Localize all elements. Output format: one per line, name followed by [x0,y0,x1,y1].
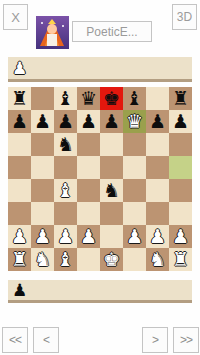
square-b7[interactable]: ♟ [31,110,54,133]
piece-bp-d7[interactable]: ♟ [80,110,97,133]
nav-previous-move-button[interactable]: < [33,327,59,353]
square-f3[interactable] [123,202,146,225]
square-d1[interactable] [77,248,100,271]
square-b3[interactable] [31,202,54,225]
piece-wn-g1[interactable]: ♞ [149,248,166,271]
square-h3[interactable] [169,202,192,225]
square-a6[interactable] [8,133,31,156]
square-b6[interactable] [31,133,54,156]
opponent-avatar[interactable] [36,16,69,49]
piece-wq-f7[interactable]: ♛ [126,110,143,133]
square-c2[interactable]: ♟ [54,225,77,248]
square-a5[interactable] [8,156,31,179]
piece-bb-c8[interactable]: ♝ [57,87,74,110]
square-c8[interactable]: ♝ [54,87,77,110]
square-g4[interactable] [146,179,169,202]
square-e8[interactable]: ♚ [100,87,123,110]
square-e4[interactable]: ♞ [100,179,123,202]
square-g3[interactable] [146,202,169,225]
square-c1[interactable]: ♝ [54,248,77,271]
square-a7[interactable]: ♟ [8,110,31,133]
piece-bn-e4[interactable]: ♞ [103,179,120,202]
piece-bb-f8[interactable]: ♝ [126,87,143,110]
square-c4[interactable]: ♝ [54,179,77,202]
square-a2[interactable]: ♟ [8,225,31,248]
square-c3[interactable] [54,202,77,225]
square-d5[interactable] [77,156,100,179]
opponent-name-button[interactable]: PoeticE... [72,21,152,42]
piece-wp-c2[interactable]: ♟ [57,225,74,248]
piece-bq-d8[interactable]: ♛ [80,87,97,110]
square-d2[interactable]: ♟ [77,225,100,248]
square-e7[interactable]: ♟ [100,110,123,133]
3d-view-button[interactable]: 3D [172,4,197,30]
square-h2[interactable]: ♟ [169,225,192,248]
captured-pieces-tray-bottom: ♟ [8,280,192,303]
avatar-artwork [36,16,69,49]
square-f2[interactable]: ♟ [123,225,146,248]
piece-bk-e8[interactable]: ♚ [103,87,120,110]
piece-wb-c4[interactable]: ♝ [57,179,74,202]
square-d6[interactable] [77,133,100,156]
piece-wn-b1[interactable]: ♞ [34,248,51,271]
square-a8[interactable]: ♜ [8,87,31,110]
square-b2[interactable]: ♟ [31,225,54,248]
piece-wp-b2[interactable]: ♟ [34,225,51,248]
piece-wp-a2[interactable]: ♟ [11,225,28,248]
piece-wr-h1[interactable]: ♜ [172,248,189,271]
square-b5[interactable] [31,156,54,179]
piece-wp-h2[interactable]: ♟ [172,225,189,248]
captured-piece-wp: ♟ [12,60,27,77]
square-f1[interactable] [123,248,146,271]
square-h6[interactable] [169,133,192,156]
square-g8[interactable] [146,87,169,110]
square-e6[interactable] [100,133,123,156]
square-b1[interactable]: ♞ [31,248,54,271]
chess-board[interactable]: ♜♝♛♚♝♜♟♟♟♟♟♛♟♟♞♝♞♟♟♟♟♟♟♟♜♞♝♚♞♜ [8,87,192,271]
square-h5[interactable] [169,156,192,179]
square-e3[interactable] [100,202,123,225]
piece-wk-e1[interactable]: ♚ [103,248,120,271]
nav-next-move-button[interactable]: > [142,327,168,353]
piece-wp-g2[interactable]: ♟ [149,225,166,248]
piece-wr-a1[interactable]: ♜ [11,248,28,271]
square-f7[interactable]: ♛ [123,110,146,133]
captured-pieces-tray-top: ♟ [8,57,192,82]
square-e5[interactable] [100,156,123,179]
piece-bp-b7[interactable]: ♟ [34,110,51,133]
square-f6[interactable] [123,133,146,156]
piece-bp-h7[interactable]: ♟ [172,110,189,133]
piece-wp-d2[interactable]: ♟ [80,225,97,248]
square-g2[interactable]: ♟ [146,225,169,248]
piece-br-a8[interactable]: ♜ [11,87,28,110]
square-f5[interactable] [123,156,146,179]
square-d7[interactable]: ♟ [77,110,100,133]
square-h7[interactable]: ♟ [169,110,192,133]
piece-bp-e7[interactable]: ♟ [103,110,120,133]
square-c7[interactable]: ♟ [54,110,77,133]
square-e2[interactable] [100,225,123,248]
square-g1[interactable]: ♞ [146,248,169,271]
piece-wb-c1[interactable]: ♝ [57,248,74,271]
square-d3[interactable] [77,202,100,225]
square-c6[interactable]: ♞ [54,133,77,156]
nav-first-move-button[interactable]: << [2,327,28,353]
piece-bp-c7[interactable]: ♟ [57,110,74,133]
square-a3[interactable] [8,202,31,225]
square-a1[interactable]: ♜ [8,248,31,271]
square-c5[interactable] [54,156,77,179]
piece-wp-f2[interactable]: ♟ [126,225,143,248]
square-h1[interactable]: ♜ [169,248,192,271]
square-e1[interactable]: ♚ [100,248,123,271]
square-h4[interactable] [169,179,192,202]
square-h8[interactable]: ♜ [169,87,192,110]
captured-piece-bp: ♟ [12,282,27,299]
square-d8[interactable]: ♛ [77,87,100,110]
piece-bp-g7[interactable]: ♟ [149,110,166,133]
square-a4[interactable] [8,179,31,202]
nav-last-move-button[interactable]: >> [173,327,199,353]
square-b4[interactable] [31,179,54,202]
square-f8[interactable]: ♝ [123,87,146,110]
square-g5[interactable] [146,156,169,179]
square-g6[interactable] [146,133,169,156]
close-button[interactable]: X [3,4,28,30]
square-b8[interactable] [31,87,54,110]
square-g7[interactable]: ♟ [146,110,169,133]
square-d4[interactable] [77,179,100,202]
square-f4[interactable] [123,179,146,202]
piece-bp-a7[interactable]: ♟ [11,110,28,133]
piece-bn-c6[interactable]: ♞ [57,133,74,156]
piece-br-h8[interactable]: ♜ [172,87,189,110]
